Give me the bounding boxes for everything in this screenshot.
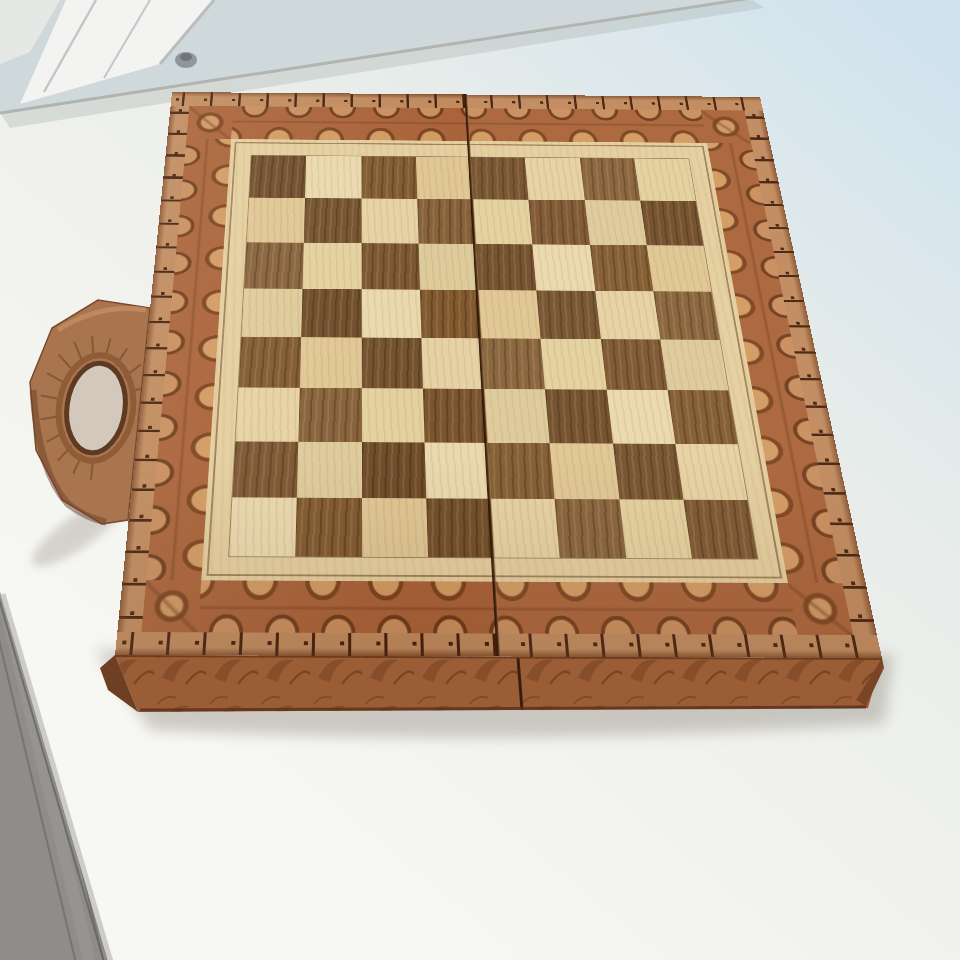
square-h6 [646, 245, 711, 292]
square-a7 [247, 198, 305, 243]
square-b7 [304, 198, 361, 243]
square-b2 [297, 441, 362, 497]
square-e1 [490, 498, 559, 557]
square-a8 [249, 155, 306, 198]
square-g1 [619, 499, 692, 558]
square-c3 [361, 388, 424, 442]
box-side-carving [115, 655, 882, 712]
square-e3 [484, 389, 550, 443]
leaf-corner [701, 110, 751, 143]
square-h3 [667, 390, 737, 444]
square-c4 [361, 338, 422, 389]
square-h7 [640, 201, 703, 246]
photo-scene [0, 0, 960, 960]
square-h5 [653, 291, 720, 340]
square-b4 [300, 337, 361, 388]
square-d5 [420, 290, 481, 339]
leaf-corner [141, 580, 201, 632]
checkerboard [228, 155, 759, 560]
chess-board [115, 92, 882, 658]
square-c5 [361, 289, 421, 338]
square-h8 [634, 159, 696, 202]
square-a6 [244, 242, 304, 289]
square-c2 [361, 442, 426, 498]
square-g2 [613, 443, 684, 499]
square-f7 [529, 200, 590, 245]
square-f4 [541, 339, 607, 390]
square-e8 [470, 157, 528, 200]
square-g8 [579, 158, 640, 201]
square-d7 [417, 199, 475, 244]
square-a2 [232, 441, 298, 497]
square-g7 [584, 200, 646, 245]
square-d1 [426, 498, 494, 557]
square-b3 [299, 388, 362, 442]
square-f8 [525, 158, 584, 201]
square-b8 [305, 156, 361, 199]
square-a5 [241, 288, 302, 337]
square-d2 [424, 442, 490, 498]
square-d6 [418, 243, 478, 290]
leaf-corner [788, 583, 853, 635]
square-e4 [481, 338, 545, 389]
square-d8 [416, 157, 473, 200]
square-a4 [239, 337, 302, 388]
square-f2 [550, 443, 619, 499]
square-g5 [595, 291, 660, 340]
square-e2 [487, 442, 555, 498]
square-a3 [236, 388, 300, 442]
square-f3 [545, 390, 612, 444]
radiator-valve-top [180, 53, 192, 61]
square-c7 [361, 199, 418, 244]
square-g6 [589, 245, 653, 292]
square-b6 [303, 242, 362, 289]
square-e7 [473, 199, 533, 244]
square-b5 [301, 289, 361, 338]
square-f6 [533, 244, 595, 291]
square-g4 [600, 339, 667, 390]
square-c8 [361, 156, 417, 199]
square-e5 [478, 290, 541, 339]
square-d3 [423, 389, 487, 443]
square-f1 [555, 499, 626, 558]
square-a1 [229, 497, 297, 556]
square-f5 [537, 290, 601, 339]
square-d4 [421, 338, 484, 389]
square-e6 [475, 244, 536, 291]
square-h4 [660, 340, 728, 391]
square-g3 [606, 390, 675, 444]
square-c1 [362, 498, 428, 557]
square-b1 [295, 497, 361, 556]
square-h2 [675, 444, 747, 500]
square-c6 [361, 243, 420, 290]
leaf-corner [186, 106, 233, 139]
square-h1 [683, 500, 757, 559]
